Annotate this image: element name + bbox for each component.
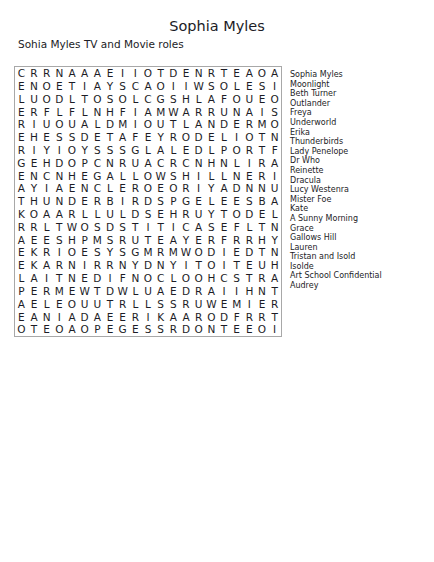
- grid-cell-r10c6[interactable]: N: [78, 182, 91, 195]
- grid-cell-r18c19[interactable]: H: [243, 285, 256, 298]
- grid-cell-r12c6[interactable]: L: [78, 208, 91, 221]
- grid-cell-r21c10[interactable]: E: [129, 323, 142, 336]
- grid-cell-r21c6[interactable]: O: [78, 323, 91, 336]
- grid-cell-r20c19[interactable]: R: [243, 310, 256, 323]
- grid-cell-r18c9[interactable]: W: [116, 285, 129, 298]
- grid-cell-r2c9[interactable]: S: [116, 80, 129, 93]
- grid-cell-r12c14[interactable]: R: [180, 208, 193, 221]
- grid-cell-r8c2[interactable]: E: [28, 157, 41, 170]
- grid-cell-r14c12[interactable]: E: [154, 234, 167, 247]
- grid-cell-r13c16[interactable]: S: [205, 221, 218, 234]
- grid-cell-r9c12[interactable]: W: [154, 169, 167, 182]
- grid-cell-r10c18[interactable]: D: [230, 182, 243, 195]
- grid-cell-r1c20[interactable]: O: [256, 67, 269, 80]
- grid-cell-r7c5[interactable]: O: [66, 144, 79, 157]
- grid-cell-r9c20[interactable]: R: [256, 169, 269, 182]
- grid-cell-r7c21[interactable]: F: [268, 144, 281, 157]
- grid-cell-r18c16[interactable]: A: [205, 285, 218, 298]
- grid-cell-r16c11[interactable]: D: [142, 259, 155, 272]
- grid-cell-r10c10[interactable]: R: [129, 182, 142, 195]
- grid-cell-r1c18[interactable]: E: [230, 67, 243, 80]
- grid-cell-r5c20[interactable]: M: [256, 118, 269, 131]
- grid-cell-r9c14[interactable]: H: [180, 169, 193, 182]
- grid-cell-r8c16[interactable]: H: [205, 157, 218, 170]
- grid-cell-r18c15[interactable]: R: [192, 285, 205, 298]
- grid-cell-r14c10[interactable]: U: [129, 234, 142, 247]
- grid-cell-r7c15[interactable]: D: [192, 144, 205, 157]
- grid-cell-r7c9[interactable]: S: [116, 144, 129, 157]
- grid-cell-r19c18[interactable]: M: [230, 298, 243, 311]
- grid-cell-r6c8[interactable]: T: [104, 131, 117, 144]
- grid-cell-r5c3[interactable]: U: [40, 118, 53, 131]
- grid-cell-r12c7[interactable]: L: [91, 208, 104, 221]
- grid-cell-r20c18[interactable]: F: [230, 310, 243, 323]
- grid-cell-r21c7[interactable]: P: [91, 323, 104, 336]
- grid-cell-r9c21[interactable]: I: [268, 169, 281, 182]
- grid-cell-r12c17[interactable]: T: [218, 208, 231, 221]
- grid-cell-r17c15[interactable]: O: [192, 272, 205, 285]
- grid-cell-r3c4[interactable]: D: [53, 93, 66, 106]
- grid-cell-r16c8[interactable]: R: [104, 259, 117, 272]
- grid-cell-r12c15[interactable]: U: [192, 208, 205, 221]
- grid-cell-r2c15[interactable]: W: [192, 80, 205, 93]
- grid-cell-r16c7[interactable]: R: [91, 259, 104, 272]
- grid-cell-r21c20[interactable]: O: [256, 323, 269, 336]
- grid-cell-r5c8[interactable]: D: [104, 118, 117, 131]
- grid-cell-r19c5[interactable]: O: [66, 298, 79, 311]
- grid-cell-r7c8[interactable]: S: [104, 144, 117, 157]
- grid-cell-r1c13[interactable]: D: [167, 67, 180, 80]
- grid-cell-r3c13[interactable]: S: [167, 93, 180, 106]
- grid-cell-r4c10[interactable]: I: [129, 105, 142, 118]
- grid-cell-r3c8[interactable]: S: [104, 93, 117, 106]
- grid-cell-r3c3[interactable]: O: [40, 93, 53, 106]
- grid-cell-r17c7[interactable]: D: [91, 272, 104, 285]
- grid-cell-r12c16[interactable]: Y: [205, 208, 218, 221]
- grid-cell-r3c11[interactable]: C: [142, 93, 155, 106]
- grid-cell-r11c4[interactable]: N: [53, 195, 66, 208]
- grid-cell-r13c21[interactable]: N: [268, 221, 281, 234]
- grid-cell-r5c9[interactable]: M: [116, 118, 129, 131]
- grid-cell-r5c21[interactable]: O: [268, 118, 281, 131]
- grid-cell-r13c1[interactable]: R: [15, 221, 28, 234]
- grid-cell-r4c6[interactable]: L: [78, 105, 91, 118]
- grid-cell-r11c7[interactable]: R: [91, 195, 104, 208]
- grid-cell-r14c19[interactable]: R: [243, 234, 256, 247]
- grid-cell-r13c19[interactable]: L: [243, 221, 256, 234]
- grid-cell-r11c2[interactable]: H: [28, 195, 41, 208]
- grid-cell-r3c14[interactable]: H: [180, 93, 193, 106]
- grid-cell-r10c12[interactable]: E: [154, 182, 167, 195]
- grid-cell-r4c11[interactable]: A: [142, 105, 155, 118]
- grid-cell-r15c16[interactable]: D: [205, 246, 218, 259]
- grid-cell-r4c13[interactable]: W: [167, 105, 180, 118]
- grid-cell-r17c5[interactable]: N: [66, 272, 79, 285]
- grid-cell-r21c3[interactable]: E: [40, 323, 53, 336]
- grid-cell-r21c19[interactable]: E: [243, 323, 256, 336]
- grid-cell-r10c14[interactable]: R: [180, 182, 193, 195]
- grid-cell-r10c4[interactable]: A: [53, 182, 66, 195]
- grid-cell-r14c16[interactable]: R: [205, 234, 218, 247]
- grid-cell-r13c12[interactable]: T: [154, 221, 167, 234]
- grid-cell-r16c21[interactable]: H: [268, 259, 281, 272]
- grid-cell-r17c19[interactable]: T: [243, 272, 256, 285]
- grid-cell-r15c15[interactable]: O: [192, 246, 205, 259]
- grid-cell-r17c17[interactable]: C: [218, 272, 231, 285]
- grid-cell-r10c7[interactable]: C: [91, 182, 104, 195]
- grid-cell-r17c9[interactable]: F: [116, 272, 129, 285]
- grid-cell-r17c11[interactable]: O: [142, 272, 155, 285]
- grid-cell-r1c17[interactable]: T: [218, 67, 231, 80]
- grid-cell-r7c7[interactable]: S: [91, 144, 104, 157]
- grid-cell-r5c11[interactable]: O: [142, 118, 155, 131]
- grid-cell-r21c15[interactable]: O: [192, 323, 205, 336]
- grid-cell-r8c4[interactable]: D: [53, 157, 66, 170]
- grid-cell-r2c20[interactable]: S: [256, 80, 269, 93]
- grid-cell-r16c4[interactable]: R: [53, 259, 66, 272]
- grid-cell-r20c15[interactable]: R: [192, 310, 205, 323]
- grid-cell-r3c19[interactable]: U: [243, 93, 256, 106]
- grid-cell-r1c5[interactable]: A: [66, 67, 79, 80]
- grid-cell-r10c17[interactable]: A: [218, 182, 231, 195]
- grid-cell-r15c7[interactable]: S: [91, 246, 104, 259]
- grid-cell-r3c10[interactable]: L: [129, 93, 142, 106]
- grid-cell-r4c1[interactable]: E: [15, 105, 28, 118]
- grid-cell-r18c13[interactable]: E: [167, 285, 180, 298]
- grid-cell-r10c20[interactable]: N: [256, 182, 269, 195]
- grid-cell-r13c15[interactable]: A: [192, 221, 205, 234]
- grid-cell-r6c19[interactable]: O: [243, 131, 256, 144]
- grid-cell-r21c11[interactable]: S: [142, 323, 155, 336]
- grid-cell-r14c8[interactable]: S: [104, 234, 117, 247]
- grid-cell-r14c2[interactable]: E: [28, 234, 41, 247]
- grid-cell-r15c6[interactable]: E: [78, 246, 91, 259]
- grid-cell-r3c2[interactable]: U: [28, 93, 41, 106]
- grid-cell-r11c16[interactable]: L: [205, 195, 218, 208]
- grid-cell-r5c10[interactable]: I: [129, 118, 142, 131]
- grid-cell-r6c14[interactable]: O: [180, 131, 193, 144]
- grid-cell-r14c1[interactable]: A: [15, 234, 28, 247]
- grid-cell-r4c21[interactable]: S: [268, 105, 281, 118]
- grid-cell-r1c10[interactable]: I: [129, 67, 142, 80]
- grid-cell-r2c4[interactable]: E: [53, 80, 66, 93]
- grid-cell-r11c21[interactable]: A: [268, 195, 281, 208]
- grid-cell-r8c6[interactable]: P: [78, 157, 91, 170]
- grid-cell-r6c6[interactable]: D: [78, 131, 91, 144]
- grid-cell-r9c13[interactable]: S: [167, 169, 180, 182]
- grid-cell-r3c12[interactable]: G: [154, 93, 167, 106]
- grid-cell-r19c15[interactable]: U: [192, 298, 205, 311]
- grid-cell-r19c11[interactable]: L: [142, 298, 155, 311]
- grid-cell-r9c10[interactable]: L: [129, 169, 142, 182]
- grid-cell-r8c19[interactable]: I: [243, 157, 256, 170]
- grid-cell-r11c3[interactable]: U: [40, 195, 53, 208]
- grid-cell-r15c5[interactable]: O: [66, 246, 79, 259]
- grid-cell-r8c1[interactable]: G: [15, 157, 28, 170]
- grid-cell-r18c18[interactable]: I: [230, 285, 243, 298]
- grid-cell-r13c6[interactable]: O: [78, 221, 91, 234]
- grid-cell-r2c6[interactable]: I: [78, 80, 91, 93]
- grid-cell-r2c17[interactable]: O: [218, 80, 231, 93]
- grid-cell-r6c21[interactable]: N: [268, 131, 281, 144]
- grid-cell-r10c2[interactable]: Y: [28, 182, 41, 195]
- grid-cell-r21c5[interactable]: A: [66, 323, 79, 336]
- grid-cell-r3c15[interactable]: L: [192, 93, 205, 106]
- grid-cell-r10c16[interactable]: Y: [205, 182, 218, 195]
- grid-cell-r4c18[interactable]: N: [230, 105, 243, 118]
- grid-cell-r4c19[interactable]: A: [243, 105, 256, 118]
- grid-cell-r8c3[interactable]: H: [40, 157, 53, 170]
- grid-cell-r11c10[interactable]: R: [129, 195, 142, 208]
- grid-cell-r21c2[interactable]: T: [28, 323, 41, 336]
- grid-cell-r6c17[interactable]: L: [218, 131, 231, 144]
- grid-cell-r11c13[interactable]: P: [167, 195, 180, 208]
- grid-cell-r19c10[interactable]: L: [129, 298, 142, 311]
- grid-cell-r14c4[interactable]: S: [53, 234, 66, 247]
- grid-cell-r15c14[interactable]: W: [180, 246, 193, 259]
- grid-cell-r20c6[interactable]: D: [78, 310, 91, 323]
- grid-cell-r20c21[interactable]: T: [268, 310, 281, 323]
- grid-cell-r7c18[interactable]: O: [230, 144, 243, 157]
- grid-cell-r11c5[interactable]: D: [66, 195, 79, 208]
- grid-cell-r9c17[interactable]: L: [218, 169, 231, 182]
- grid-cell-r2c18[interactable]: L: [230, 80, 243, 93]
- grid-cell-r2c21[interactable]: I: [268, 80, 281, 93]
- grid-cell-r17c14[interactable]: O: [180, 272, 193, 285]
- grid-cell-r10c1[interactable]: A: [15, 182, 28, 195]
- grid-cell-r21c12[interactable]: S: [154, 323, 167, 336]
- grid-cell-r14c14[interactable]: Y: [180, 234, 193, 247]
- grid-cell-r14c3[interactable]: E: [40, 234, 53, 247]
- grid-cell-r18c4[interactable]: M: [53, 285, 66, 298]
- grid-cell-r4c7[interactable]: N: [91, 105, 104, 118]
- grid-cell-r12c19[interactable]: D: [243, 208, 256, 221]
- grid-cell-r10c15[interactable]: I: [192, 182, 205, 195]
- grid-cell-r11c18[interactable]: E: [230, 195, 243, 208]
- grid-cell-r12c18[interactable]: O: [230, 208, 243, 221]
- grid-cell-r8c18[interactable]: L: [230, 157, 243, 170]
- grid-cell-r5c15[interactable]: A: [192, 118, 205, 131]
- grid-cell-r1c21[interactable]: A: [268, 67, 281, 80]
- grid-cell-r11c6[interactable]: E: [78, 195, 91, 208]
- grid-cell-r6c4[interactable]: S: [53, 131, 66, 144]
- grid-cell-r18c1[interactable]: P: [15, 285, 28, 298]
- grid-cell-r8c13[interactable]: R: [167, 157, 180, 170]
- grid-cell-r21c17[interactable]: T: [218, 323, 231, 336]
- grid-cell-r1c14[interactable]: E: [180, 67, 193, 80]
- grid-cell-r2c13[interactable]: I: [167, 80, 180, 93]
- grid-cell-r16c1[interactable]: E: [15, 259, 28, 272]
- grid-cell-r13c7[interactable]: S: [91, 221, 104, 234]
- grid-cell-r17c4[interactable]: T: [53, 272, 66, 285]
- grid-cell-r11c20[interactable]: B: [256, 195, 269, 208]
- grid-cell-r1c2[interactable]: R: [28, 67, 41, 80]
- grid-cell-r3c5[interactable]: L: [66, 93, 79, 106]
- grid-cell-r12c5[interactable]: R: [66, 208, 79, 221]
- grid-cell-r14c18[interactable]: R: [230, 234, 243, 247]
- grid-cell-r10c3[interactable]: I: [40, 182, 53, 195]
- grid-cell-r16c6[interactable]: I: [78, 259, 91, 272]
- grid-cell-r19c14[interactable]: R: [180, 298, 193, 311]
- grid-cell-r6c7[interactable]: E: [91, 131, 104, 144]
- grid-cell-r12c12[interactable]: E: [154, 208, 167, 221]
- grid-cell-r11c9[interactable]: I: [116, 195, 129, 208]
- grid-cell-r20c9[interactable]: E: [116, 310, 129, 323]
- grid-cell-r5c7[interactable]: L: [91, 118, 104, 131]
- grid-cell-r14c15[interactable]: E: [192, 234, 205, 247]
- grid-cell-r7c16[interactable]: L: [205, 144, 218, 157]
- grid-cell-r2c19[interactable]: E: [243, 80, 256, 93]
- grid-cell-r6c5[interactable]: S: [66, 131, 79, 144]
- grid-cell-r16c16[interactable]: O: [205, 259, 218, 272]
- grid-cell-r12c9[interactable]: L: [116, 208, 129, 221]
- grid-cell-r17c12[interactable]: C: [154, 272, 167, 285]
- grid-cell-r9c2[interactable]: N: [28, 169, 41, 182]
- grid-cell-r20c1[interactable]: E: [15, 310, 28, 323]
- grid-cell-r4c2[interactable]: R: [28, 105, 41, 118]
- grid-cell-r19c8[interactable]: T: [104, 298, 117, 311]
- grid-cell-r9c18[interactable]: N: [230, 169, 243, 182]
- grid-cell-r15c20[interactable]: T: [256, 246, 269, 259]
- grid-cell-r8c9[interactable]: R: [116, 157, 129, 170]
- grid-cell-r13c10[interactable]: T: [129, 221, 142, 234]
- grid-cell-r7c1[interactable]: R: [15, 144, 28, 157]
- grid-cell-r15c13[interactable]: M: [167, 246, 180, 259]
- grid-cell-r11c12[interactable]: S: [154, 195, 167, 208]
- grid-cell-r17c1[interactable]: L: [15, 272, 28, 285]
- grid-cell-r5c16[interactable]: N: [205, 118, 218, 131]
- grid-cell-r19c19[interactable]: I: [243, 298, 256, 311]
- grid-cell-r12c10[interactable]: D: [129, 208, 142, 221]
- grid-cell-r13c2[interactable]: R: [28, 221, 41, 234]
- grid-cell-r15c17[interactable]: I: [218, 246, 231, 259]
- grid-cell-r17c3[interactable]: I: [40, 272, 53, 285]
- grid-cell-r6c9[interactable]: A: [116, 131, 129, 144]
- grid-cell-r17c20[interactable]: R: [256, 272, 269, 285]
- grid-cell-r17c18[interactable]: S: [230, 272, 243, 285]
- grid-cell-r18c3[interactable]: R: [40, 285, 53, 298]
- grid-cell-r13c5[interactable]: W: [66, 221, 79, 234]
- grid-cell-r19c13[interactable]: S: [167, 298, 180, 311]
- grid-cell-r7c2[interactable]: I: [28, 144, 41, 157]
- grid-cell-r7c14[interactable]: E: [180, 144, 193, 157]
- grid-cell-r4c17[interactable]: U: [218, 105, 231, 118]
- grid-cell-r21c21[interactable]: I: [268, 323, 281, 336]
- grid-cell-r19c21[interactable]: R: [268, 298, 281, 311]
- grid-cell-r20c17[interactable]: D: [218, 310, 231, 323]
- grid-cell-r3c20[interactable]: E: [256, 93, 269, 106]
- grid-cell-r8c14[interactable]: C: [180, 157, 193, 170]
- grid-cell-r1c19[interactable]: A: [243, 67, 256, 80]
- grid-cell-r20c20[interactable]: R: [256, 310, 269, 323]
- grid-cell-r11c15[interactable]: E: [192, 195, 205, 208]
- grid-cell-r17c10[interactable]: N: [129, 272, 142, 285]
- grid-cell-r5c1[interactable]: R: [15, 118, 28, 131]
- grid-cell-r1c4[interactable]: N: [53, 67, 66, 80]
- grid-cell-r21c18[interactable]: E: [230, 323, 243, 336]
- grid-cell-r3c9[interactable]: O: [116, 93, 129, 106]
- grid-cell-r8c11[interactable]: A: [142, 157, 155, 170]
- grid-cell-r16c13[interactable]: Y: [167, 259, 180, 272]
- grid-cell-r7c10[interactable]: G: [129, 144, 142, 157]
- grid-cell-r13c20[interactable]: T: [256, 221, 269, 234]
- grid-cell-r20c4[interactable]: I: [53, 310, 66, 323]
- grid-cell-r7c19[interactable]: R: [243, 144, 256, 157]
- grid-cell-r1c15[interactable]: N: [192, 67, 205, 80]
- grid-cell-r5c12[interactable]: U: [154, 118, 167, 131]
- grid-cell-r2c16[interactable]: S: [205, 80, 218, 93]
- grid-cell-r12c20[interactable]: E: [256, 208, 269, 221]
- grid-cell-r20c5[interactable]: A: [66, 310, 79, 323]
- grid-cell-r3c18[interactable]: O: [230, 93, 243, 106]
- grid-cell-r15c12[interactable]: R: [154, 246, 167, 259]
- grid-cell-r20c11[interactable]: I: [142, 310, 155, 323]
- grid-cell-r16c14[interactable]: I: [180, 259, 193, 272]
- grid-cell-r18c21[interactable]: T: [268, 285, 281, 298]
- grid-cell-r3c1[interactable]: L: [15, 93, 28, 106]
- grid-cell-r20c13[interactable]: A: [167, 310, 180, 323]
- grid-cell-r18c5[interactable]: E: [66, 285, 79, 298]
- grid-cell-r20c14[interactable]: A: [180, 310, 193, 323]
- grid-cell-r9c8[interactable]: A: [104, 169, 117, 182]
- grid-cell-r6c1[interactable]: E: [15, 131, 28, 144]
- grid-cell-r18c8[interactable]: D: [104, 285, 117, 298]
- grid-cell-r3c7[interactable]: O: [91, 93, 104, 106]
- grid-cell-r19c16[interactable]: W: [205, 298, 218, 311]
- grid-cell-r14c7[interactable]: M: [91, 234, 104, 247]
- grid-cell-r19c4[interactable]: E: [53, 298, 66, 311]
- grid-cell-r11c1[interactable]: T: [15, 195, 28, 208]
- grid-cell-r17c6[interactable]: E: [78, 272, 91, 285]
- grid-cell-r13c3[interactable]: L: [40, 221, 53, 234]
- grid-cell-r18c12[interactable]: A: [154, 285, 167, 298]
- grid-cell-r15c10[interactable]: G: [129, 246, 142, 259]
- grid-cell-r14c5[interactable]: H: [66, 234, 79, 247]
- grid-cell-r2c14[interactable]: I: [180, 80, 193, 93]
- grid-cell-r16c5[interactable]: N: [66, 259, 79, 272]
- grid-cell-r16c3[interactable]: A: [40, 259, 53, 272]
- grid-cell-r21c4[interactable]: O: [53, 323, 66, 336]
- grid-cell-r2c3[interactable]: O: [40, 80, 53, 93]
- grid-cell-r4c9[interactable]: F: [116, 105, 129, 118]
- grid-cell-r1c12[interactable]: T: [154, 67, 167, 80]
- grid-cell-r18c11[interactable]: U: [142, 285, 155, 298]
- grid-cell-r17c2[interactable]: A: [28, 272, 41, 285]
- grid-cell-r19c1[interactable]: A: [15, 298, 28, 311]
- grid-cell-r9c9[interactable]: L: [116, 169, 129, 182]
- grid-cell-r9c11[interactable]: O: [142, 169, 155, 182]
- grid-cell-r11c11[interactable]: D: [142, 195, 155, 208]
- grid-cell-r18c7[interactable]: T: [91, 285, 104, 298]
- grid-cell-r13c14[interactable]: C: [180, 221, 193, 234]
- grid-cell-r4c20[interactable]: I: [256, 105, 269, 118]
- grid-cell-r10c13[interactable]: O: [167, 182, 180, 195]
- grid-cell-r15c1[interactable]: E: [15, 246, 28, 259]
- grid-cell-r6c3[interactable]: E: [40, 131, 53, 144]
- grid-cell-r21c8[interactable]: E: [104, 323, 117, 336]
- grid-cell-r15c2[interactable]: K: [28, 246, 41, 259]
- grid-cell-r8c15[interactable]: N: [192, 157, 205, 170]
- grid-cell-r16c9[interactable]: N: [116, 259, 129, 272]
- grid-cell-r19c12[interactable]: S: [154, 298, 167, 311]
- grid-cell-r13c11[interactable]: I: [142, 221, 155, 234]
- grid-cell-r5c4[interactable]: O: [53, 118, 66, 131]
- grid-cell-r8c8[interactable]: N: [104, 157, 117, 170]
- grid-cell-r7c20[interactable]: T: [256, 144, 269, 157]
- grid-cell-r4c14[interactable]: A: [180, 105, 193, 118]
- grid-cell-r2c7[interactable]: A: [91, 80, 104, 93]
- grid-cell-r5c2[interactable]: I: [28, 118, 41, 131]
